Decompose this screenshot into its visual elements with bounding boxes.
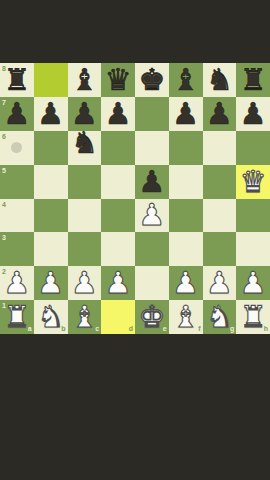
- square-g1[interactable]: g♞: [203, 300, 237, 334]
- square-h2[interactable]: ♟: [236, 266, 270, 300]
- app-screen: 8♜♝♛♚♝♞♜7♟♟♟♟♟♟♟6♞5♟♛4♟32♟♟♟♟♟♟♟1a♜b♞c♝d…: [0, 0, 270, 480]
- square-a8[interactable]: 8♜: [0, 63, 34, 97]
- rank-label-7: 7: [2, 99, 6, 106]
- black-queen-d8[interactable]: ♛: [101, 63, 135, 97]
- file-label-h: h: [264, 325, 268, 332]
- square-c3[interactable]: [68, 232, 102, 266]
- rank-label-1: 1: [2, 302, 6, 309]
- square-h3[interactable]: [236, 232, 270, 266]
- square-a1[interactable]: 1a♜: [0, 300, 34, 334]
- square-h8[interactable]: ♜: [236, 63, 270, 97]
- square-e5[interactable]: ♟: [135, 165, 169, 199]
- square-h7[interactable]: ♟: [236, 97, 270, 131]
- square-c4[interactable]: [68, 199, 102, 233]
- square-d3[interactable]: [101, 232, 135, 266]
- square-d1[interactable]: d: [101, 300, 135, 334]
- square-h6[interactable]: [236, 131, 270, 165]
- square-e7[interactable]: [135, 97, 169, 131]
- black-pawn-d7[interactable]: ♟: [101, 97, 135, 131]
- square-f6[interactable]: [169, 131, 203, 165]
- square-a5[interactable]: 5: [0, 165, 34, 199]
- rank-label-5: 5: [2, 167, 6, 174]
- square-g7[interactable]: ♟: [203, 97, 237, 131]
- file-label-f: f: [198, 325, 200, 332]
- file-label-b: b: [61, 325, 65, 332]
- square-h4[interactable]: [236, 199, 270, 233]
- square-f7[interactable]: ♟: [169, 97, 203, 131]
- square-d5[interactable]: [101, 165, 135, 199]
- square-a6[interactable]: 6: [0, 131, 34, 165]
- square-g3[interactable]: [203, 232, 237, 266]
- white-pawn-c2[interactable]: ♟: [68, 266, 102, 300]
- square-a7[interactable]: 7♟: [0, 97, 34, 131]
- square-c2[interactable]: ♟: [68, 266, 102, 300]
- square-g4[interactable]: [203, 199, 237, 233]
- square-d4[interactable]: [101, 199, 135, 233]
- rank-label-4: 4: [2, 201, 6, 208]
- square-b3[interactable]: [34, 232, 68, 266]
- black-pawn-f7[interactable]: ♟: [169, 97, 203, 131]
- square-g6[interactable]: [203, 131, 237, 165]
- square-f5[interactable]: [169, 165, 203, 199]
- square-f1[interactable]: f♝: [169, 300, 203, 334]
- square-b5[interactable]: [34, 165, 68, 199]
- white-queen-h5[interactable]: ♛: [236, 165, 270, 199]
- square-c5[interactable]: [68, 165, 102, 199]
- square-f2[interactable]: ♟: [169, 266, 203, 300]
- rank-label-6: 6: [2, 133, 6, 140]
- black-pawn-g7[interactable]: ♟: [203, 97, 237, 131]
- square-h5[interactable]: ♛: [236, 165, 270, 199]
- top-bar: [0, 0, 270, 63]
- square-b7[interactable]: ♟: [34, 97, 68, 131]
- square-f4[interactable]: [169, 199, 203, 233]
- square-g8[interactable]: ♞: [203, 63, 237, 97]
- black-pawn-e5[interactable]: ♟: [135, 165, 169, 199]
- square-c6[interactable]: ♞: [68, 131, 102, 165]
- white-pawn-f2[interactable]: ♟: [169, 266, 203, 300]
- square-f8[interactable]: ♝: [169, 63, 203, 97]
- file-label-e: e: [163, 325, 167, 332]
- square-d7[interactable]: ♟: [101, 97, 135, 131]
- square-b6[interactable]: [34, 131, 68, 165]
- move-hint-dot-a6[interactable]: [11, 142, 22, 153]
- black-bishop-c8[interactable]: ♝: [68, 63, 102, 97]
- rank-label-2: 2: [2, 268, 6, 275]
- white-pawn-e4[interactable]: ♟: [135, 199, 169, 233]
- square-e2[interactable]: [135, 266, 169, 300]
- square-e3[interactable]: [135, 232, 169, 266]
- square-a4[interactable]: 4: [0, 199, 34, 233]
- square-a3[interactable]: 3: [0, 232, 34, 266]
- square-b2[interactable]: ♟: [34, 266, 68, 300]
- white-pawn-g2[interactable]: ♟: [203, 266, 237, 300]
- square-f3[interactable]: [169, 232, 203, 266]
- square-d2[interactable]: ♟: [101, 266, 135, 300]
- square-h1[interactable]: h♜: [236, 300, 270, 334]
- square-b4[interactable]: [34, 199, 68, 233]
- black-pawn-h7[interactable]: ♟: [236, 97, 270, 131]
- square-g5[interactable]: [203, 165, 237, 199]
- square-d8[interactable]: ♛: [101, 63, 135, 97]
- black-king-e8[interactable]: ♚: [135, 63, 169, 97]
- rank-label-8: 8: [2, 65, 6, 72]
- black-rook-h8[interactable]: ♜: [236, 63, 270, 97]
- black-bishop-f8[interactable]: ♝: [169, 63, 203, 97]
- black-knight-c6[interactable]: ♞: [68, 126, 102, 160]
- square-e8[interactable]: ♚: [135, 63, 169, 97]
- square-g2[interactable]: ♟: [203, 266, 237, 300]
- black-pawn-b7[interactable]: ♟: [34, 97, 68, 131]
- rank-label-3: 3: [2, 234, 6, 241]
- file-label-d: d: [129, 325, 133, 332]
- square-a2[interactable]: 2♟: [0, 266, 34, 300]
- file-label-g: g: [230, 325, 234, 332]
- square-b8[interactable]: [34, 63, 68, 97]
- white-pawn-d2[interactable]: ♟: [101, 266, 135, 300]
- file-label-c: c: [95, 325, 99, 332]
- bottom-bar: [0, 334, 270, 480]
- square-d6[interactable]: [101, 131, 135, 165]
- white-pawn-h2[interactable]: ♟: [236, 266, 270, 300]
- file-label-a: a: [28, 325, 32, 332]
- square-c1[interactable]: c♝: [68, 300, 102, 334]
- square-b1[interactable]: b♞: [34, 300, 68, 334]
- white-pawn-b2[interactable]: ♟: [34, 266, 68, 300]
- black-knight-g8[interactable]: ♞: [203, 63, 237, 97]
- square-e6[interactable]: [135, 131, 169, 165]
- square-c8[interactable]: ♝: [68, 63, 102, 97]
- square-e1[interactable]: e♚: [135, 300, 169, 334]
- chess-board: 8♜♝♛♚♝♞♜7♟♟♟♟♟♟♟6♞5♟♛4♟32♟♟♟♟♟♟♟1a♜b♞c♝d…: [0, 63, 270, 334]
- square-e4[interactable]: ♟: [135, 199, 169, 233]
